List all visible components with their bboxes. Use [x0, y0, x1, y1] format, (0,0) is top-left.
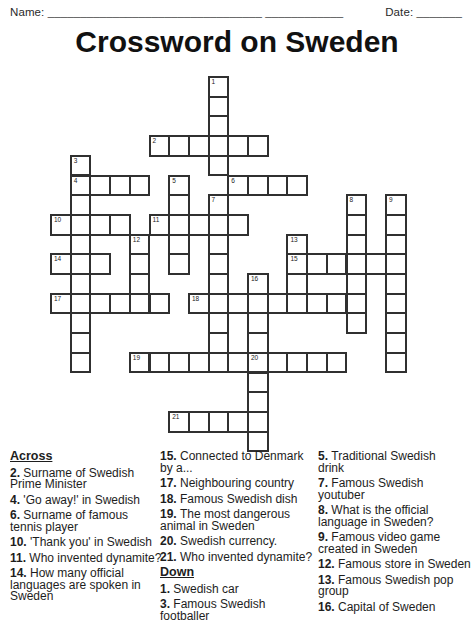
worksheet-header: Name: _________________________________ …: [10, 6, 462, 18]
clue-across-10: 10. 'Thank you' in Swedish: [10, 537, 160, 549]
grid-cell-r5c11[interactable]: [247, 175, 269, 197]
grid-cell-r11c13[interactable]: [286, 293, 308, 315]
clue-across-6: 6. Surname of famoustennis player: [10, 510, 160, 533]
cell-number-12: 12: [133, 236, 140, 244]
clue-line: group: [318, 586, 472, 598]
clue-down-3: 3. Famous Swedishfootballer: [160, 599, 316, 622]
grid-cell-r12c18[interactable]: [385, 312, 407, 334]
cell-number-18: 18: [192, 295, 199, 303]
clue-number: 10.: [10, 535, 27, 549]
grid-cell-r3c10[interactable]: [227, 135, 249, 157]
clue-down-16: 16. Capital of Sweden: [318, 602, 472, 614]
grid-cell-r5c3[interactable]: [89, 175, 111, 197]
cell-number-20: 20: [251, 354, 258, 362]
clue-line: 12. Famous store in Sweden: [318, 559, 472, 571]
grid-cell-r14c7[interactable]: [168, 352, 190, 374]
clue-column-middle: 15. Connected to Denmarkby a...17. Neigh…: [160, 451, 316, 626]
grid-cell-r9c15[interactable]: [326, 253, 348, 275]
grid-cell-r3c11[interactable]: [247, 135, 269, 157]
clue-line: created in Sweden: [318, 544, 472, 556]
clue-across-20: 20. Swedish currency.: [160, 536, 316, 548]
grid-cell-r4c2[interactable]: 3: [70, 155, 92, 177]
grid-cell-r9c9[interactable]: [208, 253, 230, 275]
grid-cell-r14c14[interactable]: [306, 352, 328, 374]
grid-cell-r10c5[interactable]: [129, 273, 151, 295]
grid-cell-r11c6[interactable]: [149, 293, 171, 315]
name-field: Name: _________________________________ …: [10, 6, 343, 18]
grid-cell-r7c10[interactable]: [227, 214, 249, 236]
grid-cell-r14c2[interactable]: [70, 352, 92, 374]
grid-cell-r3c9[interactable]: [208, 135, 230, 157]
clue-down-7: 7. Famous Swedishyoutuber: [318, 478, 472, 501]
cell-number-1: 1: [212, 78, 216, 86]
grid-cell-r6c7[interactable]: [168, 194, 190, 216]
grid-cell-r9c7[interactable]: [168, 253, 190, 275]
cell-number-21: 21: [172, 413, 179, 421]
clue-down-8: 8. What is the officiallanguage in Swede…: [318, 505, 472, 528]
cell-number-13: 13: [290, 236, 297, 244]
grid-cell-r7c1[interactable]: 10: [50, 214, 72, 236]
cell-number-7: 7: [212, 196, 216, 204]
date-field: Date: _______: [385, 6, 462, 18]
clue-list-header-down: Down: [160, 567, 316, 579]
grid-cell-r9c2[interactable]: [70, 253, 92, 275]
grid-cell-r14c18[interactable]: [385, 352, 407, 374]
grid-cell-r14c11[interactable]: 20: [247, 352, 269, 374]
grid-cell-r17c8[interactable]: [188, 411, 210, 433]
clue-line: youtuber: [318, 490, 472, 502]
clue-number: 18.: [160, 492, 177, 506]
grid-cell-r8c13[interactable]: 13: [286, 234, 308, 256]
grid-cell-r7c6[interactable]: 11: [149, 214, 171, 236]
grid-cell-r11c4[interactable]: [109, 293, 131, 315]
grid-cell-r10c9[interactable]: [208, 273, 230, 295]
clue-line: drink: [318, 463, 472, 475]
clue-line: language in Sweden?: [318, 517, 472, 529]
clue-number: 21.: [160, 550, 177, 564]
clue-line: animal in Sweden: [160, 521, 316, 533]
grid-cell-r10c2[interactable]: [70, 273, 92, 295]
grid-cell-r7c7[interactable]: [168, 214, 190, 236]
grid-cell-r9c13[interactable]: 15: [286, 253, 308, 275]
grid-cell-r14c9[interactable]: [208, 352, 230, 374]
grid-cell-r11c14[interactable]: [306, 293, 328, 315]
grid-cell-r12c11[interactable]: [247, 312, 269, 334]
cell-number-2: 2: [153, 137, 157, 145]
cell-number-16: 16: [251, 275, 258, 283]
grid-cell-r9c14[interactable]: [306, 253, 328, 275]
grid-cell-r11c16[interactable]: [346, 293, 368, 315]
grid-cell-r12c16[interactable]: [346, 312, 368, 334]
clue-across-14: 14. How many officiallanguages are spoke…: [10, 568, 160, 603]
cell-number-19: 19: [133, 354, 140, 362]
grid-cell-r14c13[interactable]: [286, 352, 308, 374]
grid-cell-r8c16[interactable]: [346, 234, 368, 256]
grid-cell-r5c10[interactable]: 6: [227, 175, 249, 197]
grid-cell-r4c9[interactable]: [208, 155, 230, 177]
cell-number-9: 9: [389, 196, 393, 204]
grid-cell-r10c16[interactable]: [346, 273, 368, 295]
grid-cell-r6c2[interactable]: [70, 194, 92, 216]
grid-cell-r7c4[interactable]: [109, 214, 131, 236]
grid-cell-r12c2[interactable]: [70, 312, 92, 334]
clue-across-17: 17. Neighbouring country: [160, 478, 316, 490]
grid-cell-r14c5[interactable]: 19: [129, 352, 151, 374]
grid-cell-r9c3[interactable]: [89, 253, 111, 275]
grid-cell-r14c6[interactable]: [149, 352, 171, 374]
grid-cell-r11c5[interactable]: [129, 293, 151, 315]
grid-cell-r9c16[interactable]: [346, 253, 368, 275]
clue-line: tennis player: [10, 522, 160, 534]
grid-cell-r7c16[interactable]: [346, 214, 368, 236]
clue-across-11: 11. Who invented dynamite?: [10, 553, 160, 565]
grid-cell-r13c11[interactable]: [247, 332, 269, 354]
grid-cell-r0c9[interactable]: 1: [208, 76, 230, 98]
clue-column-right: 5. Traditional Swedishdrink7. Famous Swe…: [318, 451, 472, 617]
clue-across-2: 2. Surname of SwedishPrime Minister: [10, 468, 160, 491]
grid-cell-r13c9[interactable]: [208, 332, 230, 354]
grid-cell-r17c9[interactable]: [208, 411, 230, 433]
page-title: Crossword on Sweden: [0, 24, 474, 60]
clue-down-13: 13. Famous Swedish popgroup: [318, 575, 472, 598]
clue-across-15: 15. Connected to Denmarkby a...: [160, 451, 316, 474]
cell-number-14: 14: [54, 255, 61, 263]
grid-cell-r5c12[interactable]: [267, 175, 289, 197]
clue-down-12: 12. Famous store in Sweden: [318, 559, 472, 571]
grid-cell-r7c2[interactable]: [70, 214, 92, 236]
grid-cell-r8c18[interactable]: [385, 234, 407, 256]
clue-down-1: 1. Swedish car: [160, 584, 316, 596]
clue-down-5: 5. Traditional Swedishdrink: [318, 451, 472, 474]
grid-cell-r9c5[interactable]: [129, 253, 151, 275]
clue-line: by a...: [160, 463, 316, 475]
cell-number-17: 17: [54, 295, 61, 303]
grid-cell-r15c11[interactable]: [247, 372, 269, 394]
cell-number-15: 15: [290, 255, 297, 263]
grid-cell-r5c2[interactable]: 4: [70, 175, 92, 197]
clue-line: 1. Swedish car: [160, 584, 316, 596]
clue-line: 11. Who invented dynamite?: [10, 553, 160, 565]
grid-cell-r5c5[interactable]: [129, 175, 151, 197]
grid-cell-r14c12[interactable]: [267, 352, 289, 374]
clue-number: 11.: [10, 551, 26, 565]
clue-across-19: 19. The most dangerousanimal in Sweden: [160, 509, 316, 532]
grid-cell-r14c10[interactable]: [227, 352, 249, 374]
clue-across-21: 21. Who invented dynamite?: [160, 552, 316, 564]
clue-number: 16.: [318, 600, 335, 614]
grid-cell-r3c7[interactable]: [168, 135, 190, 157]
grid-cell-r11c18[interactable]: [385, 293, 407, 315]
grid-cell-r7c8[interactable]: [188, 214, 210, 236]
grid-cell-r11c9[interactable]: [208, 293, 230, 315]
clue-number: 4.: [10, 493, 20, 507]
clue-line: 4. 'Go away!' in Swedish: [10, 495, 160, 507]
cell-number-10: 10: [54, 216, 61, 224]
cell-number-6: 6: [231, 177, 235, 185]
cell-number-11: 11: [153, 216, 160, 224]
grid-cell-r11c2[interactable]: [70, 293, 92, 315]
grid-cell-r8c9[interactable]: [208, 234, 230, 256]
grid-cell-r3c8[interactable]: [188, 135, 210, 157]
clue-line: 17. Neighbouring country: [160, 478, 316, 490]
grid-cell-r7c9[interactable]: [208, 214, 230, 236]
clue-across-18: 18. Famous Swedish dish: [160, 494, 316, 506]
grid-cell-r7c3[interactable]: [89, 214, 111, 236]
grid-cell-r8c2[interactable]: [70, 234, 92, 256]
cell-number-8: 8: [350, 196, 354, 204]
grid-cell-r11c8[interactable]: 18: [188, 293, 210, 315]
clue-line: 16. Capital of Sweden: [318, 602, 472, 614]
grid-cell-r5c4[interactable]: [109, 175, 131, 197]
grid-cell-r2c9[interactable]: [208, 115, 230, 137]
cell-number-3: 3: [74, 157, 78, 165]
clue-column-left: Across2. Surname of SwedishPrime Ministe…: [10, 451, 160, 607]
grid-cell-r13c2[interactable]: [70, 332, 92, 354]
grid-cell-r14c15[interactable]: [326, 352, 348, 374]
cell-number-5: 5: [172, 177, 176, 185]
grid-cell-r11c1[interactable]: 17: [50, 293, 72, 315]
grid-cell-r11c10[interactable]: [227, 293, 249, 315]
clue-number: 20.: [160, 534, 177, 548]
grid-cell-r6c18[interactable]: 9: [385, 194, 407, 216]
grid-cell-r14c8[interactable]: [188, 352, 210, 374]
grid-cell-r9c17[interactable]: [365, 253, 387, 275]
name-label: Name:: [10, 6, 44, 18]
grid-cell-r8c5[interactable]: 12: [129, 234, 151, 256]
grid-cell-r8c7[interactable]: [168, 234, 190, 256]
grid-cell-r3c6[interactable]: 2: [149, 135, 171, 157]
clue-line: 18. Famous Swedish dish: [160, 494, 316, 506]
grid-cell-r5c7[interactable]: 5: [168, 175, 190, 197]
grid-cell-r17c10[interactable]: [227, 411, 249, 433]
clue-number: 12.: [318, 557, 335, 571]
grid-cell-r10c18[interactable]: [385, 273, 407, 295]
grid-cell-r9c18[interactable]: [385, 253, 407, 275]
grid-cell-r17c7[interactable]: 21: [168, 411, 190, 433]
clue-number: 17.: [160, 476, 177, 490]
grid-cell-r11c12[interactable]: [267, 293, 289, 315]
grid-cell-r9c1[interactable]: 14: [50, 253, 72, 275]
grid-cell-r6c9[interactable]: 7: [208, 194, 230, 216]
grid-cell-r11c11[interactable]: [247, 293, 269, 315]
grid-cell-r17c11[interactable]: [247, 411, 269, 433]
grid-cell-r5c13[interactable]: [286, 175, 308, 197]
date-label: Date:: [385, 6, 413, 18]
grid-cell-r6c16[interactable]: 8: [346, 194, 368, 216]
grid-cell-r10c11[interactable]: 16: [247, 273, 269, 295]
cell-number-4: 4: [74, 177, 78, 185]
clue-line: 20. Swedish currency.: [160, 536, 316, 548]
grid-cell-r16c11[interactable]: [247, 391, 269, 413]
grid-cell-r1c9[interactable]: [208, 96, 230, 118]
name-blank-line: _________________________________ ______…: [48, 6, 344, 18]
clue-number: 1.: [160, 582, 170, 596]
grid-cell-r12c9[interactable]: [208, 312, 230, 334]
clue-line: Prime Minister: [10, 479, 160, 491]
grid-cell-r11c3[interactable]: [89, 293, 111, 315]
clue-line: 10. 'Thank you' in Swedish: [10, 537, 160, 549]
clue-across-4: 4. 'Go away!' in Swedish: [10, 495, 160, 507]
clue-line: 21. Who invented dynamite?: [160, 552, 316, 564]
clue-line: footballer: [160, 611, 316, 623]
grid-cell-r11c15[interactable]: [326, 293, 348, 315]
grid-cell-r13c18[interactable]: [385, 332, 407, 354]
clue-down-9: 9. Famous video gamecreated in Sweden: [318, 532, 472, 555]
clue-list-header-across: Across: [10, 451, 160, 463]
clue-line: Sweden: [10, 591, 160, 603]
grid-cell-r7c18[interactable]: [385, 214, 407, 236]
date-blank-line: _______: [417, 6, 462, 18]
grid-cell-r10c13[interactable]: [286, 273, 308, 295]
